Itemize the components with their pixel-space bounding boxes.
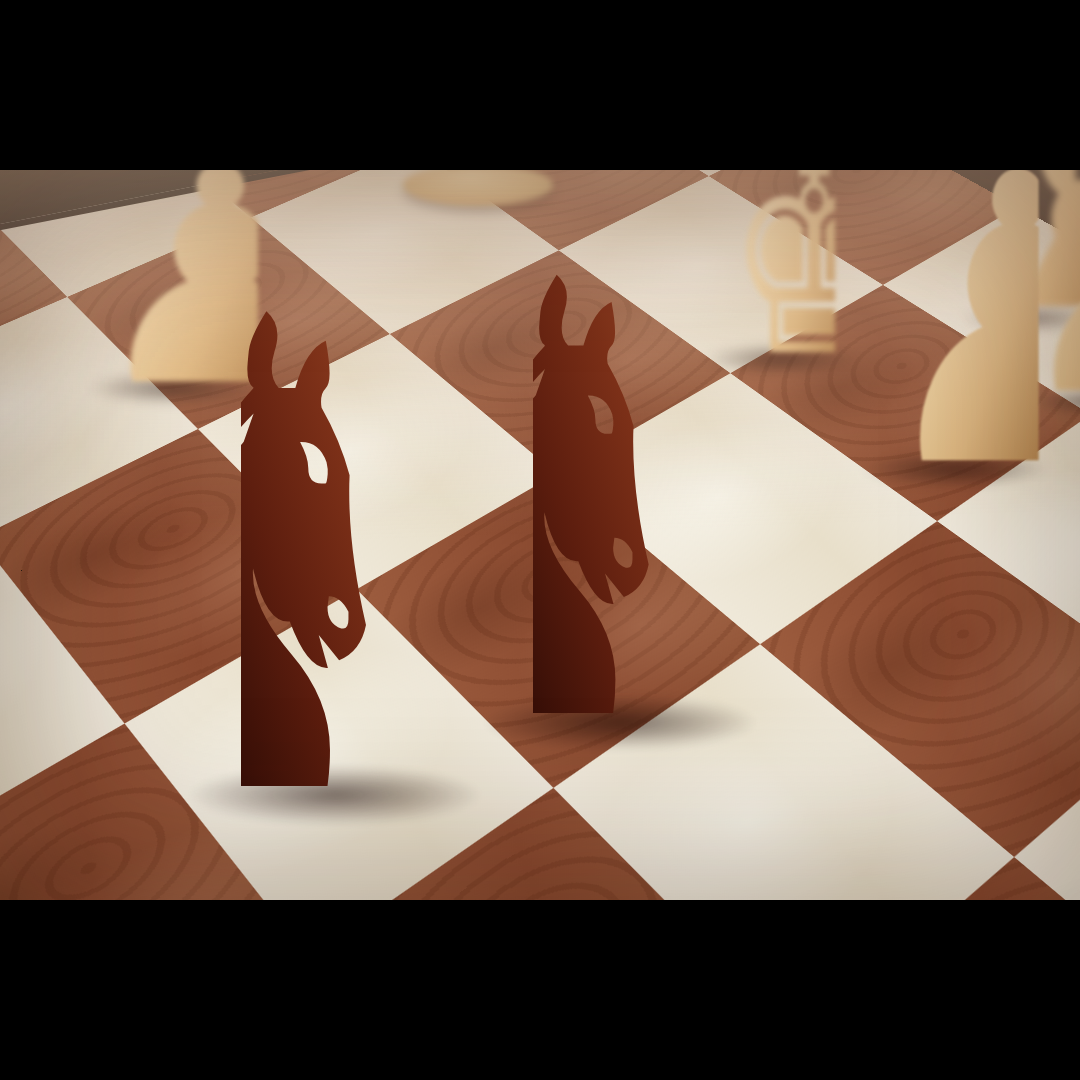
dark-knight-right: ♞	[475, 272, 765, 740]
letterbox-bottom	[0, 900, 1080, 1080]
knight-glyph: ♞	[533, 272, 707, 740]
product-photo: ♟ ♚ ♝ ♟ ♟ ♞ ♞	[0, 0, 1080, 1080]
knight-glyph: ♞	[241, 308, 429, 815]
pawn-glyph: ♟	[871, 170, 1038, 478]
photo-area: ♟ ♚ ♝ ♟ ♟ ♞ ♞	[0, 170, 1080, 900]
white-pawn-right: ♟	[853, 170, 1057, 478]
letterbox-top	[0, 0, 1080, 170]
dark-knight-left: ♞	[178, 308, 492, 815]
